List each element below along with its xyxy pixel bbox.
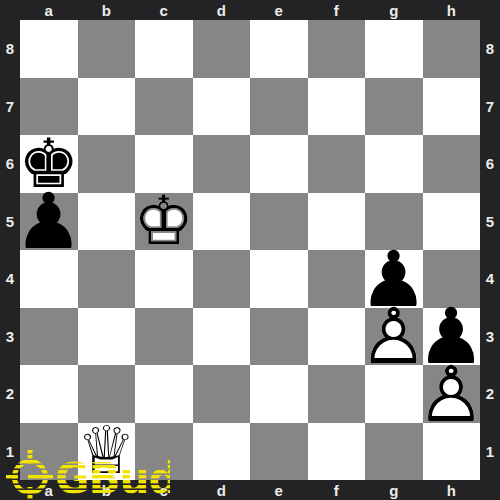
square-b4[interactable]: [78, 250, 136, 308]
file-label-a-top: a: [20, 0, 78, 20]
rank-label-6-right: 6: [480, 135, 500, 193]
square-c7[interactable]: [135, 78, 193, 136]
square-d2[interactable]: [193, 365, 251, 423]
square-d6[interactable]: [193, 135, 251, 193]
square-c4[interactable]: [135, 250, 193, 308]
chessboard-frame: abcdefgh abcdefgh 87654321 87654321 ♚♟♚♔…: [0, 0, 500, 500]
file-label-e-top: e: [250, 0, 308, 20]
square-e4[interactable]: [250, 250, 308, 308]
square-f1[interactable]: [308, 423, 366, 481]
square-g8[interactable]: [365, 20, 423, 78]
square-f7[interactable]: [308, 78, 366, 136]
rank-label-7-left: 7: [0, 78, 20, 136]
square-e7[interactable]: [250, 78, 308, 136]
square-a8[interactable]: [20, 20, 78, 78]
square-e5[interactable]: [250, 193, 308, 251]
rank-label-8-left: 8: [0, 20, 20, 78]
square-b1[interactable]: ♛♕: [78, 423, 136, 481]
rank-label-1-left: 1: [0, 423, 20, 481]
square-c8[interactable]: [135, 20, 193, 78]
square-a5[interactable]: ♟: [20, 193, 78, 251]
file-label-g-bottom: g: [365, 480, 423, 500]
file-label-h-bottom: h: [423, 480, 481, 500]
square-c5[interactable]: ♚♔: [135, 193, 193, 251]
square-h2[interactable]: ♟♙: [423, 365, 481, 423]
square-f5[interactable]: [308, 193, 366, 251]
file-labels-top: abcdefgh: [20, 0, 480, 20]
square-g3[interactable]: ♟♙: [365, 308, 423, 366]
square-g2[interactable]: [365, 365, 423, 423]
piece-wP-h2[interactable]: ♟♙: [423, 365, 481, 423]
square-h5[interactable]: [423, 193, 481, 251]
black-piece-glyph: ♟: [14, 183, 83, 260]
square-e6[interactable]: [250, 135, 308, 193]
rank-label-3-left: 3: [0, 308, 20, 366]
rank-label-8-right: 8: [480, 20, 500, 78]
square-f2[interactable]: [308, 365, 366, 423]
square-c2[interactable]: [135, 365, 193, 423]
square-g7[interactable]: [365, 78, 423, 136]
board: ♚♟♚♔♟♟♙♟♟♙♛♕: [20, 20, 480, 480]
square-b3[interactable]: [78, 308, 136, 366]
white-piece-outline-glyph: ♕: [77, 418, 136, 484]
square-d8[interactable]: [193, 20, 251, 78]
square-e2[interactable]: [250, 365, 308, 423]
square-b6[interactable]: [78, 135, 136, 193]
square-e1[interactable]: [250, 423, 308, 481]
file-label-e-bottom: e: [250, 480, 308, 500]
piece-wK-c5[interactable]: ♚♔: [135, 193, 193, 251]
square-a2[interactable]: [20, 365, 78, 423]
white-piece-outline-glyph: ♙: [417, 355, 486, 432]
square-d5[interactable]: [193, 193, 251, 251]
file-label-c-bottom: c: [135, 480, 193, 500]
file-label-b-top: b: [78, 0, 136, 20]
square-b8[interactable]: [78, 20, 136, 78]
file-label-d-bottom: d: [193, 480, 251, 500]
piece-wP-g3[interactable]: ♟♙: [365, 308, 423, 366]
file-label-c-top: c: [135, 0, 193, 20]
white-piece-outline-glyph: ♔: [133, 187, 194, 255]
square-g6[interactable]: [365, 135, 423, 193]
square-f8[interactable]: [308, 20, 366, 78]
square-e3[interactable]: [250, 308, 308, 366]
square-a4[interactable]: [20, 250, 78, 308]
file-label-g-top: g: [365, 0, 423, 20]
rank-label-5-right: 5: [480, 193, 500, 251]
file-label-d-top: d: [193, 0, 251, 20]
square-h8[interactable]: [423, 20, 481, 78]
rank-label-2-left: 2: [0, 365, 20, 423]
square-c1[interactable]: [135, 423, 193, 481]
square-h6[interactable]: [423, 135, 481, 193]
piece-wQ-b1[interactable]: ♛♕: [78, 423, 136, 481]
square-g1[interactable]: [365, 423, 423, 481]
square-b5[interactable]: [78, 193, 136, 251]
square-f6[interactable]: [308, 135, 366, 193]
square-d7[interactable]: [193, 78, 251, 136]
file-label-a-bottom: a: [20, 480, 78, 500]
square-h1[interactable]: [423, 423, 481, 481]
square-f4[interactable]: [308, 250, 366, 308]
piece-bP-a5[interactable]: ♟: [20, 193, 78, 251]
square-e8[interactable]: [250, 20, 308, 78]
file-label-h-top: h: [423, 0, 481, 20]
rank-label-7-right: 7: [480, 78, 500, 136]
square-d3[interactable]: [193, 308, 251, 366]
square-f3[interactable]: [308, 308, 366, 366]
square-a3[interactable]: [20, 308, 78, 366]
square-d1[interactable]: [193, 423, 251, 481]
file-label-f-bottom: f: [308, 480, 366, 500]
square-a1[interactable]: [20, 423, 78, 481]
square-c3[interactable]: [135, 308, 193, 366]
square-h7[interactable]: [423, 78, 481, 136]
file-label-f-top: f: [308, 0, 366, 20]
square-d4[interactable]: [193, 250, 251, 308]
square-b7[interactable]: [78, 78, 136, 136]
